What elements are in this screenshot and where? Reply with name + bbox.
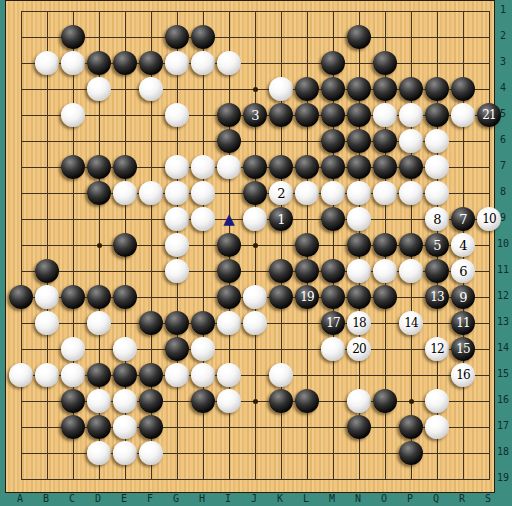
point-M7[interactable] (320, 154, 346, 180)
point-E16[interactable] (112, 388, 138, 414)
point-C11[interactable] (60, 258, 86, 284)
point-S11[interactable] (476, 258, 502, 284)
point-M16[interactable] (320, 388, 346, 414)
point-B9[interactable] (34, 206, 60, 232)
point-J6[interactable] (242, 128, 268, 154)
point-C1[interactable] (60, 0, 86, 24)
point-O17[interactable] (372, 414, 398, 440)
point-C3[interactable] (60, 50, 86, 76)
point-H18[interactable] (190, 440, 216, 466)
point-P5[interactable] (398, 102, 424, 128)
point-M8[interactable] (320, 180, 346, 206)
point-N8[interactable] (346, 180, 372, 206)
point-A18[interactable] (8, 440, 34, 466)
point-C5[interactable] (60, 102, 86, 128)
point-C4[interactable] (60, 76, 86, 102)
point-K7[interactable] (268, 154, 294, 180)
point-I11[interactable] (216, 258, 242, 284)
point-Q5[interactable] (424, 102, 450, 128)
point-G4[interactable] (164, 76, 190, 102)
point-E1[interactable] (112, 0, 138, 24)
point-L11[interactable] (294, 258, 320, 284)
point-D3[interactable] (86, 50, 112, 76)
point-Q15[interactable] (424, 362, 450, 388)
point-E18[interactable] (112, 440, 138, 466)
point-N3[interactable] (346, 50, 372, 76)
point-M5[interactable] (320, 102, 346, 128)
point-C18[interactable] (60, 440, 86, 466)
point-A13[interactable] (8, 310, 34, 336)
point-D7[interactable] (86, 154, 112, 180)
point-G14[interactable] (164, 336, 190, 362)
point-I1[interactable] (216, 0, 242, 24)
point-D5[interactable] (86, 102, 112, 128)
point-E3[interactable] (112, 50, 138, 76)
point-N17[interactable] (346, 414, 372, 440)
point-N1[interactable] (346, 0, 372, 24)
point-N12[interactable] (346, 284, 372, 310)
point-E5[interactable] (112, 102, 138, 128)
point-K3[interactable] (268, 50, 294, 76)
point-K2[interactable] (268, 24, 294, 50)
point-C19[interactable] (60, 466, 86, 492)
point-Q2[interactable] (424, 24, 450, 50)
point-Q6[interactable] (424, 128, 450, 154)
point-E15[interactable] (112, 362, 138, 388)
point-F7[interactable] (138, 154, 164, 180)
point-B10[interactable] (34, 232, 60, 258)
point-B15[interactable] (34, 362, 60, 388)
point-R3[interactable] (450, 50, 476, 76)
point-O12[interactable] (372, 284, 398, 310)
point-B6[interactable] (34, 128, 60, 154)
point-J10[interactable] (242, 232, 268, 258)
point-Q16[interactable] (424, 388, 450, 414)
point-B4[interactable] (34, 76, 60, 102)
point-J16[interactable] (242, 388, 268, 414)
point-B12[interactable] (34, 284, 60, 310)
point-G11[interactable] (164, 258, 190, 284)
point-C14[interactable] (60, 336, 86, 362)
point-N4[interactable] (346, 76, 372, 102)
point-G19[interactable] (164, 466, 190, 492)
point-I9[interactable]: ▲ (216, 206, 242, 232)
point-F6[interactable] (138, 128, 164, 154)
point-M6[interactable] (320, 128, 346, 154)
point-D4[interactable] (86, 76, 112, 102)
point-K9[interactable]: 1 (268, 206, 294, 232)
point-F10[interactable] (138, 232, 164, 258)
point-L18[interactable] (294, 440, 320, 466)
point-E11[interactable] (112, 258, 138, 284)
point-C10[interactable] (60, 232, 86, 258)
point-K5[interactable] (268, 102, 294, 128)
point-R19[interactable] (450, 466, 476, 492)
point-B5[interactable] (34, 102, 60, 128)
point-C9[interactable] (60, 206, 86, 232)
point-F17[interactable] (138, 414, 164, 440)
point-O3[interactable] (372, 50, 398, 76)
point-D8[interactable] (86, 180, 112, 206)
point-Q11[interactable] (424, 258, 450, 284)
point-M13[interactable]: 17 (320, 310, 346, 336)
point-O19[interactable] (372, 466, 398, 492)
point-D9[interactable] (86, 206, 112, 232)
point-D6[interactable] (86, 128, 112, 154)
point-D19[interactable] (86, 466, 112, 492)
point-K8[interactable]: 2 (268, 180, 294, 206)
point-L16[interactable] (294, 388, 320, 414)
point-E8[interactable] (112, 180, 138, 206)
point-M2[interactable] (320, 24, 346, 50)
point-H17[interactable] (190, 414, 216, 440)
point-N10[interactable] (346, 232, 372, 258)
point-J4[interactable] (242, 76, 268, 102)
point-B3[interactable] (34, 50, 60, 76)
point-D11[interactable] (86, 258, 112, 284)
point-G7[interactable] (164, 154, 190, 180)
point-C13[interactable] (60, 310, 86, 336)
point-F3[interactable] (138, 50, 164, 76)
point-L9[interactable] (294, 206, 320, 232)
point-K16[interactable] (268, 388, 294, 414)
point-E6[interactable] (112, 128, 138, 154)
point-K10[interactable] (268, 232, 294, 258)
point-E12[interactable] (112, 284, 138, 310)
point-O8[interactable] (372, 180, 398, 206)
point-H1[interactable] (190, 0, 216, 24)
point-H6[interactable] (190, 128, 216, 154)
point-P7[interactable] (398, 154, 424, 180)
point-R2[interactable] (450, 24, 476, 50)
point-I14[interactable] (216, 336, 242, 362)
point-I13[interactable] (216, 310, 242, 336)
point-R16[interactable] (450, 388, 476, 414)
point-A6[interactable] (8, 128, 34, 154)
point-N7[interactable] (346, 154, 372, 180)
point-Q4[interactable] (424, 76, 450, 102)
point-A11[interactable] (8, 258, 34, 284)
point-J2[interactable] (242, 24, 268, 50)
point-H7[interactable] (190, 154, 216, 180)
point-P6[interactable] (398, 128, 424, 154)
point-S16[interactable] (476, 388, 502, 414)
point-J11[interactable] (242, 258, 268, 284)
point-O5[interactable] (372, 102, 398, 128)
point-L3[interactable] (294, 50, 320, 76)
point-A8[interactable] (8, 180, 34, 206)
point-I19[interactable] (216, 466, 242, 492)
point-H3[interactable] (190, 50, 216, 76)
point-M4[interactable] (320, 76, 346, 102)
point-A17[interactable] (8, 414, 34, 440)
point-I17[interactable] (216, 414, 242, 440)
point-P13[interactable]: 14 (398, 310, 424, 336)
point-A15[interactable] (8, 362, 34, 388)
point-H12[interactable] (190, 284, 216, 310)
point-Q17[interactable] (424, 414, 450, 440)
point-S4[interactable] (476, 76, 502, 102)
point-J18[interactable] (242, 440, 268, 466)
point-A7[interactable] (8, 154, 34, 180)
point-N14[interactable]: 20 (346, 336, 372, 362)
point-H13[interactable] (190, 310, 216, 336)
point-H14[interactable] (190, 336, 216, 362)
point-A16[interactable] (8, 388, 34, 414)
point-R11[interactable]: 6 (450, 258, 476, 284)
point-N13[interactable]: 18 (346, 310, 372, 336)
point-B13[interactable] (34, 310, 60, 336)
point-H15[interactable] (190, 362, 216, 388)
point-G10[interactable] (164, 232, 190, 258)
point-S1[interactable] (476, 0, 502, 24)
point-O14[interactable] (372, 336, 398, 362)
point-P14[interactable] (398, 336, 424, 362)
point-G17[interactable] (164, 414, 190, 440)
point-F11[interactable] (138, 258, 164, 284)
point-I16[interactable] (216, 388, 242, 414)
point-Q10[interactable]: 5 (424, 232, 450, 258)
point-J7[interactable] (242, 154, 268, 180)
point-S2[interactable] (476, 24, 502, 50)
point-K14[interactable] (268, 336, 294, 362)
point-O10[interactable] (372, 232, 398, 258)
point-K13[interactable] (268, 310, 294, 336)
point-A14[interactable] (8, 336, 34, 362)
point-P1[interactable] (398, 0, 424, 24)
point-R18[interactable] (450, 440, 476, 466)
point-Q8[interactable] (424, 180, 450, 206)
point-G13[interactable] (164, 310, 190, 336)
point-D17[interactable] (86, 414, 112, 440)
point-N5[interactable] (346, 102, 372, 128)
point-J1[interactable] (242, 0, 268, 24)
point-S18[interactable] (476, 440, 502, 466)
point-G12[interactable] (164, 284, 190, 310)
point-O13[interactable] (372, 310, 398, 336)
point-G5[interactable] (164, 102, 190, 128)
point-E4[interactable] (112, 76, 138, 102)
point-L6[interactable] (294, 128, 320, 154)
point-S17[interactable] (476, 414, 502, 440)
point-R9[interactable]: 7 (450, 206, 476, 232)
point-P19[interactable] (398, 466, 424, 492)
point-J15[interactable] (242, 362, 268, 388)
point-R12[interactable]: 9 (450, 284, 476, 310)
point-D12[interactable] (86, 284, 112, 310)
point-C8[interactable] (60, 180, 86, 206)
point-C15[interactable] (60, 362, 86, 388)
point-J9[interactable] (242, 206, 268, 232)
point-L10[interactable] (294, 232, 320, 258)
point-A12[interactable] (8, 284, 34, 310)
point-E13[interactable] (112, 310, 138, 336)
point-G8[interactable] (164, 180, 190, 206)
point-R4[interactable] (450, 76, 476, 102)
point-I8[interactable] (216, 180, 242, 206)
point-K15[interactable] (268, 362, 294, 388)
point-L17[interactable] (294, 414, 320, 440)
point-I4[interactable] (216, 76, 242, 102)
point-O16[interactable] (372, 388, 398, 414)
point-E9[interactable] (112, 206, 138, 232)
point-A2[interactable] (8, 24, 34, 50)
point-A1[interactable] (8, 0, 34, 24)
point-D2[interactable] (86, 24, 112, 50)
point-K17[interactable] (268, 414, 294, 440)
point-P9[interactable] (398, 206, 424, 232)
point-F12[interactable] (138, 284, 164, 310)
point-P12[interactable] (398, 284, 424, 310)
point-M1[interactable] (320, 0, 346, 24)
point-L15[interactable] (294, 362, 320, 388)
point-N16[interactable] (346, 388, 372, 414)
point-G1[interactable] (164, 0, 190, 24)
point-J13[interactable] (242, 310, 268, 336)
point-D16[interactable] (86, 388, 112, 414)
point-G9[interactable] (164, 206, 190, 232)
point-M3[interactable] (320, 50, 346, 76)
point-M17[interactable] (320, 414, 346, 440)
point-O6[interactable] (372, 128, 398, 154)
point-R10[interactable]: 4 (450, 232, 476, 258)
point-K6[interactable] (268, 128, 294, 154)
point-B16[interactable] (34, 388, 60, 414)
point-M10[interactable] (320, 232, 346, 258)
point-D15[interactable] (86, 362, 112, 388)
point-A10[interactable] (8, 232, 34, 258)
point-H8[interactable] (190, 180, 216, 206)
point-S9[interactable]: 10 (476, 206, 502, 232)
point-I18[interactable] (216, 440, 242, 466)
point-R15[interactable]: 16 (450, 362, 476, 388)
point-Q1[interactable] (424, 0, 450, 24)
point-I15[interactable] (216, 362, 242, 388)
point-S8[interactable] (476, 180, 502, 206)
point-G3[interactable] (164, 50, 190, 76)
point-N9[interactable] (346, 206, 372, 232)
point-B8[interactable] (34, 180, 60, 206)
point-R5[interactable] (450, 102, 476, 128)
point-B17[interactable] (34, 414, 60, 440)
point-F5[interactable] (138, 102, 164, 128)
point-B18[interactable] (34, 440, 60, 466)
point-Q18[interactable] (424, 440, 450, 466)
point-S13[interactable] (476, 310, 502, 336)
point-L1[interactable] (294, 0, 320, 24)
point-L5[interactable] (294, 102, 320, 128)
point-C7[interactable] (60, 154, 86, 180)
point-F15[interactable] (138, 362, 164, 388)
point-D13[interactable] (86, 310, 112, 336)
point-I6[interactable] (216, 128, 242, 154)
point-S14[interactable] (476, 336, 502, 362)
point-I3[interactable] (216, 50, 242, 76)
point-O11[interactable] (372, 258, 398, 284)
point-D18[interactable] (86, 440, 112, 466)
point-E17[interactable] (112, 414, 138, 440)
point-Q3[interactable] (424, 50, 450, 76)
point-K11[interactable] (268, 258, 294, 284)
point-E10[interactable] (112, 232, 138, 258)
point-M11[interactable] (320, 258, 346, 284)
point-J12[interactable] (242, 284, 268, 310)
point-H2[interactable] (190, 24, 216, 50)
point-S6[interactable] (476, 128, 502, 154)
point-K12[interactable] (268, 284, 294, 310)
point-P18[interactable] (398, 440, 424, 466)
point-K19[interactable] (268, 466, 294, 492)
point-F16[interactable] (138, 388, 164, 414)
point-E7[interactable] (112, 154, 138, 180)
point-D10[interactable] (86, 232, 112, 258)
point-M18[interactable] (320, 440, 346, 466)
point-H5[interactable] (190, 102, 216, 128)
point-G6[interactable] (164, 128, 190, 154)
point-L2[interactable] (294, 24, 320, 50)
point-A9[interactable] (8, 206, 34, 232)
point-C6[interactable] (60, 128, 86, 154)
point-D1[interactable] (86, 0, 112, 24)
point-F13[interactable] (138, 310, 164, 336)
point-I5[interactable] (216, 102, 242, 128)
point-R14[interactable]: 15 (450, 336, 476, 362)
point-S5[interactable]: 21 (476, 102, 502, 128)
point-J14[interactable] (242, 336, 268, 362)
point-R13[interactable]: 11 (450, 310, 476, 336)
point-F4[interactable] (138, 76, 164, 102)
point-C17[interactable] (60, 414, 86, 440)
point-E2[interactable] (112, 24, 138, 50)
point-I12[interactable] (216, 284, 242, 310)
point-H9[interactable] (190, 206, 216, 232)
point-M12[interactable] (320, 284, 346, 310)
point-K1[interactable] (268, 0, 294, 24)
point-O4[interactable] (372, 76, 398, 102)
point-N15[interactable] (346, 362, 372, 388)
point-M19[interactable] (320, 466, 346, 492)
point-G2[interactable] (164, 24, 190, 50)
point-R7[interactable] (450, 154, 476, 180)
point-C16[interactable] (60, 388, 86, 414)
point-F14[interactable] (138, 336, 164, 362)
point-R6[interactable] (450, 128, 476, 154)
point-O2[interactable] (372, 24, 398, 50)
point-J3[interactable] (242, 50, 268, 76)
point-F19[interactable] (138, 466, 164, 492)
point-A4[interactable] (8, 76, 34, 102)
point-N6[interactable] (346, 128, 372, 154)
point-P8[interactable] (398, 180, 424, 206)
point-Q14[interactable]: 12 (424, 336, 450, 362)
point-L8[interactable] (294, 180, 320, 206)
point-A5[interactable] (8, 102, 34, 128)
point-O9[interactable] (372, 206, 398, 232)
point-B7[interactable] (34, 154, 60, 180)
point-D14[interactable] (86, 336, 112, 362)
point-L19[interactable] (294, 466, 320, 492)
point-Q12[interactable]: 13 (424, 284, 450, 310)
point-N19[interactable] (346, 466, 372, 492)
point-E14[interactable] (112, 336, 138, 362)
point-P15[interactable] (398, 362, 424, 388)
point-M9[interactable] (320, 206, 346, 232)
point-B1[interactable] (34, 0, 60, 24)
point-P2[interactable] (398, 24, 424, 50)
point-Q7[interactable] (424, 154, 450, 180)
point-F1[interactable] (138, 0, 164, 24)
point-C12[interactable] (60, 284, 86, 310)
